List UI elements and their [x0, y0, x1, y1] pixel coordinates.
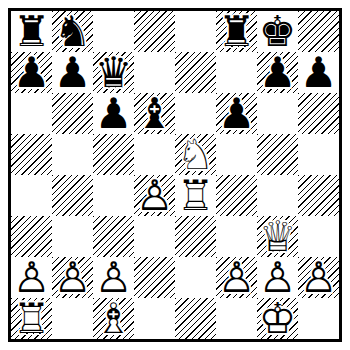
black-pawn: ♟ [298, 52, 339, 93]
square-e4: ♜♖ [175, 175, 216, 216]
square-h8 [298, 11, 339, 52]
square-g4 [257, 175, 298, 216]
black-rook: ♜ [216, 11, 257, 52]
square-f2: ♟♙ [216, 257, 257, 298]
square-g1: ♚♔ [257, 298, 298, 339]
square-f6: ♟♟ [216, 93, 257, 134]
square-h6 [298, 93, 339, 134]
square-a2: ♟♙ [11, 257, 52, 298]
black-king: ♚ [257, 11, 298, 52]
white-rook: ♖ [11, 298, 52, 339]
square-f7 [216, 52, 257, 93]
square-c3 [93, 216, 134, 257]
white-pawn-halo: ♟ [52, 257, 93, 298]
black-pawn-halo: ♟ [216, 93, 257, 134]
black-pawn: ♟ [216, 93, 257, 134]
square-c2: ♟♙ [93, 257, 134, 298]
black-pawn-halo: ♟ [257, 52, 298, 93]
square-g2: ♟♙ [257, 257, 298, 298]
square-f4 [216, 175, 257, 216]
white-queen: ♕ [257, 216, 298, 257]
black-rook: ♜ [11, 11, 52, 52]
white-pawn-halo: ♟ [93, 257, 134, 298]
square-f1 [216, 298, 257, 339]
square-e5: ♞♘ [175, 134, 216, 175]
white-pawn: ♙ [11, 257, 52, 298]
white-bishop: ♗ [93, 298, 134, 339]
white-bishop-halo: ♝ [93, 298, 134, 339]
square-b8: ♞♞ [52, 11, 93, 52]
white-pawn-halo: ♟ [134, 175, 175, 216]
square-h5 [298, 134, 339, 175]
black-pawn-halo: ♟ [52, 52, 93, 93]
square-a1: ♜♖ [11, 298, 52, 339]
black-bishop-halo: ♝ [134, 93, 175, 134]
square-b7: ♟♟ [52, 52, 93, 93]
black-queen: ♛ [93, 52, 134, 93]
black-king-halo: ♚ [257, 11, 298, 52]
black-pawn-halo: ♟ [298, 52, 339, 93]
square-e2 [175, 257, 216, 298]
black-rook-halo: ♜ [11, 11, 52, 52]
white-pawn-halo: ♟ [216, 257, 257, 298]
black-pawn: ♟ [11, 52, 52, 93]
white-queen-halo: ♛ [257, 216, 298, 257]
black-pawn: ♟ [52, 52, 93, 93]
square-b5 [52, 134, 93, 175]
square-c8 [93, 11, 134, 52]
square-b4 [52, 175, 93, 216]
white-king: ♔ [257, 298, 298, 339]
square-d4: ♟♙ [134, 175, 175, 216]
square-b3 [52, 216, 93, 257]
square-a8: ♜♜ [11, 11, 52, 52]
square-a3 [11, 216, 52, 257]
square-b6 [52, 93, 93, 134]
white-knight: ♘ [175, 134, 216, 175]
square-b1 [52, 298, 93, 339]
square-d5 [134, 134, 175, 175]
square-a7: ♟♟ [11, 52, 52, 93]
white-pawn-halo: ♟ [298, 257, 339, 298]
square-e6 [175, 93, 216, 134]
black-knight-halo: ♞ [52, 11, 93, 52]
black-knight: ♞ [52, 11, 93, 52]
white-pawn: ♙ [298, 257, 339, 298]
white-rook: ♖ [175, 175, 216, 216]
white-pawn-halo: ♟ [257, 257, 298, 298]
square-d2 [134, 257, 175, 298]
square-h2: ♟♙ [298, 257, 339, 298]
square-c5 [93, 134, 134, 175]
square-g6 [257, 93, 298, 134]
square-a6 [11, 93, 52, 134]
square-g7: ♟♟ [257, 52, 298, 93]
white-pawn: ♙ [52, 257, 93, 298]
black-pawn: ♟ [257, 52, 298, 93]
square-c4 [93, 175, 134, 216]
square-c6: ♟♟ [93, 93, 134, 134]
black-pawn-halo: ♟ [93, 93, 134, 134]
square-a5 [11, 134, 52, 175]
white-knight-halo: ♞ [175, 134, 216, 175]
white-rook-halo: ♜ [175, 175, 216, 216]
white-pawn: ♙ [134, 175, 175, 216]
square-h4 [298, 175, 339, 216]
square-g5 [257, 134, 298, 175]
square-d6: ♝♝ [134, 93, 175, 134]
square-e8 [175, 11, 216, 52]
black-rook-halo: ♜ [216, 11, 257, 52]
chess-diagram: ♜♜♞♞♜♜♚♚♟♟♟♟♛♛♟♟♟♟♟♟♝♝♟♟♞♘♟♙♜♖♛♕♟♙♟♙♟♙♟♙… [0, 0, 350, 350]
square-e3 [175, 216, 216, 257]
square-h1 [298, 298, 339, 339]
square-d8 [134, 11, 175, 52]
black-pawn: ♟ [93, 93, 134, 134]
square-h3 [298, 216, 339, 257]
square-h7: ♟♟ [298, 52, 339, 93]
square-f3 [216, 216, 257, 257]
square-d3 [134, 216, 175, 257]
square-d1 [134, 298, 175, 339]
white-pawn: ♙ [216, 257, 257, 298]
square-e1 [175, 298, 216, 339]
square-f5 [216, 134, 257, 175]
black-pawn-halo: ♟ [11, 52, 52, 93]
square-f8: ♜♜ [216, 11, 257, 52]
square-e7 [175, 52, 216, 93]
square-g8: ♚♚ [257, 11, 298, 52]
square-d7 [134, 52, 175, 93]
black-queen-halo: ♛ [93, 52, 134, 93]
square-b2: ♟♙ [52, 257, 93, 298]
white-pawn: ♙ [257, 257, 298, 298]
white-pawn: ♙ [93, 257, 134, 298]
white-pawn-halo: ♟ [11, 257, 52, 298]
white-rook-halo: ♜ [11, 298, 52, 339]
square-a4 [11, 175, 52, 216]
white-king-halo: ♚ [257, 298, 298, 339]
square-c7: ♛♛ [93, 52, 134, 93]
square-c1: ♝♗ [93, 298, 134, 339]
square-g3: ♛♕ [257, 216, 298, 257]
black-bishop: ♝ [134, 93, 175, 134]
chess-board: ♜♜♞♞♜♜♚♚♟♟♟♟♛♛♟♟♟♟♟♟♝♝♟♟♞♘♟♙♜♖♛♕♟♙♟♙♟♙♟♙… [8, 8, 342, 342]
